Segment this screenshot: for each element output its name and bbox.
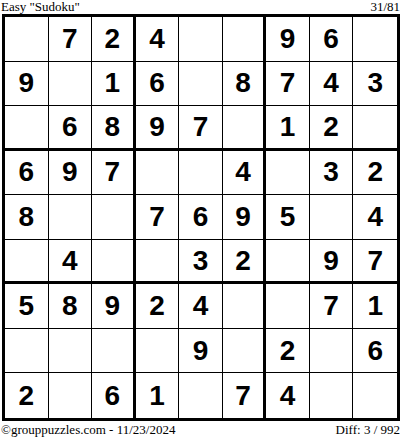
cell-r7c5[interactable]: 4	[179, 284, 223, 329]
cell-r2c1[interactable]: 9	[5, 62, 49, 107]
header: Easy "Sudoku" 31/81	[1, 0, 400, 14]
cell-r8c9[interactable]: 6	[353, 329, 397, 374]
cell-r7c2[interactable]: 8	[49, 284, 93, 329]
cell-r8c6[interactable]	[223, 329, 267, 374]
cell-r8c3[interactable]	[92, 329, 136, 374]
cell-r7c4[interactable]: 2	[136, 284, 180, 329]
cell-r2c6[interactable]: 8	[223, 62, 267, 107]
footer: ©grouppuzzles.com - 11/23/2024 Diff: 3 /…	[1, 422, 400, 436]
cell-r2c3[interactable]: 1	[92, 62, 136, 107]
cell-r8c5[interactable]: 9	[179, 329, 223, 374]
cell-r2c7[interactable]: 7	[266, 62, 310, 107]
cell-r2c8[interactable]: 4	[310, 62, 354, 107]
cell-r1c4[interactable]: 4	[136, 17, 180, 62]
cell-r7c3[interactable]: 9	[92, 284, 136, 329]
cell-r6c8[interactable]: 9	[310, 240, 354, 285]
cell-r5c5[interactable]: 6	[179, 195, 223, 240]
sudoku-board: 7249691687436897126974328769544329758924…	[2, 14, 400, 421]
cell-r9c1[interactable]: 2	[5, 373, 49, 418]
cell-r3c1[interactable]	[5, 106, 49, 151]
difficulty-text: Diff: 3 / 992	[336, 423, 400, 436]
empty-cells-counter: 31/81	[370, 0, 400, 13]
cell-r6c6[interactable]: 2	[223, 240, 267, 285]
cell-r6c7[interactable]	[266, 240, 310, 285]
copyright-text: ©grouppuzzles.com - 11/23/2024	[1, 423, 175, 436]
cell-r4c3[interactable]: 7	[92, 151, 136, 196]
cell-r5c4[interactable]: 7	[136, 195, 180, 240]
cell-r8c4[interactable]	[136, 329, 180, 374]
cell-r9c8[interactable]	[310, 373, 354, 418]
cell-r9c7[interactable]: 4	[266, 373, 310, 418]
cell-r1c2[interactable]: 7	[49, 17, 93, 62]
cell-r3c4[interactable]: 9	[136, 106, 180, 151]
cell-r5c1[interactable]: 8	[5, 195, 49, 240]
cell-r5c7[interactable]: 5	[266, 195, 310, 240]
cell-r3c2[interactable]: 6	[49, 106, 93, 151]
cell-r8c1[interactable]	[5, 329, 49, 374]
cell-r6c9[interactable]: 7	[353, 240, 397, 285]
cell-r3c6[interactable]	[223, 106, 267, 151]
cell-r1c9[interactable]	[353, 17, 397, 62]
cell-r8c8[interactable]	[310, 329, 354, 374]
cell-r1c7[interactable]: 9	[266, 17, 310, 62]
cell-r4c8[interactable]: 3	[310, 151, 354, 196]
cell-r4c5[interactable]	[179, 151, 223, 196]
cell-r7c9[interactable]: 1	[353, 284, 397, 329]
cell-r3c7[interactable]: 1	[266, 106, 310, 151]
cell-r8c7[interactable]: 2	[266, 329, 310, 374]
cell-r3c3[interactable]: 8	[92, 106, 136, 151]
cell-r3c9[interactable]	[353, 106, 397, 151]
cell-r9c2[interactable]	[49, 373, 93, 418]
cell-r6c4[interactable]	[136, 240, 180, 285]
cell-r2c9[interactable]: 3	[353, 62, 397, 107]
cell-r5c2[interactable]	[49, 195, 93, 240]
cell-r7c8[interactable]: 7	[310, 284, 354, 329]
cell-r1c5[interactable]	[179, 17, 223, 62]
cell-r1c6[interactable]	[223, 17, 267, 62]
cell-r6c3[interactable]	[92, 240, 136, 285]
cell-r4c7[interactable]	[266, 151, 310, 196]
cell-r3c8[interactable]: 2	[310, 106, 354, 151]
puzzle-title: Easy "Sudoku"	[1, 0, 80, 13]
cell-r4c2[interactable]: 9	[49, 151, 93, 196]
cell-r9c9[interactable]	[353, 373, 397, 418]
cell-r9c6[interactable]: 7	[223, 373, 267, 418]
cell-r5c3[interactable]	[92, 195, 136, 240]
cell-r1c1[interactable]	[5, 17, 49, 62]
cell-r4c4[interactable]	[136, 151, 180, 196]
cell-r2c5[interactable]	[179, 62, 223, 107]
cell-r2c4[interactable]: 6	[136, 62, 180, 107]
cell-r5c9[interactable]: 4	[353, 195, 397, 240]
cell-r4c9[interactable]: 2	[353, 151, 397, 196]
cell-r9c5[interactable]	[179, 373, 223, 418]
cell-r1c3[interactable]: 2	[92, 17, 136, 62]
cell-r9c3[interactable]: 6	[92, 373, 136, 418]
cell-r5c6[interactable]: 9	[223, 195, 267, 240]
cell-r6c5[interactable]: 3	[179, 240, 223, 285]
cell-r7c6[interactable]	[223, 284, 267, 329]
cell-r6c1[interactable]	[5, 240, 49, 285]
cell-r7c7[interactable]	[266, 284, 310, 329]
cell-r4c6[interactable]: 4	[223, 151, 267, 196]
cell-r3c5[interactable]: 7	[179, 106, 223, 151]
cell-r8c2[interactable]	[49, 329, 93, 374]
cell-r7c1[interactable]: 5	[5, 284, 49, 329]
cell-r4c1[interactable]: 6	[5, 151, 49, 196]
cell-r1c8[interactable]: 6	[310, 17, 354, 62]
cell-r9c4[interactable]: 1	[136, 373, 180, 418]
cell-r6c2[interactable]: 4	[49, 240, 93, 285]
cell-r5c8[interactable]	[310, 195, 354, 240]
cell-r2c2[interactable]	[49, 62, 93, 107]
